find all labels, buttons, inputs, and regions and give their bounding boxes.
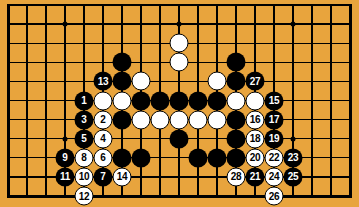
stone-white-5-18-move-10: 10 xyxy=(75,167,94,186)
stone-white-14-17-move-20: 20 xyxy=(246,148,265,167)
stone-white-12-13 xyxy=(208,72,227,91)
move-number: 26 xyxy=(269,191,280,201)
move-number: 20 xyxy=(250,153,261,163)
stone-white-11-15 xyxy=(189,110,208,129)
stone-white-5-17-move-8: 8 xyxy=(75,148,94,167)
stone-black-9-14 xyxy=(151,91,170,110)
move-number: 15 xyxy=(269,96,280,106)
move-number: 9 xyxy=(62,153,67,163)
grid-line-row-9 xyxy=(7,4,352,5)
stone-white-14-16-move-18: 18 xyxy=(246,129,265,148)
move-number: 17 xyxy=(269,115,280,125)
stone-white-10-15 xyxy=(170,110,189,129)
stone-black-5-14-move-1: 1 xyxy=(75,91,94,110)
stone-black-8-17 xyxy=(132,148,151,167)
stone-white-8-13 xyxy=(132,72,151,91)
stone-black-12-17 xyxy=(208,148,227,167)
stone-black-13-17 xyxy=(227,148,246,167)
stone-black-5-16-move-5: 5 xyxy=(75,129,94,148)
grid-line-row-19 xyxy=(7,195,352,198)
move-number: 21 xyxy=(250,172,261,182)
stone-white-5-19-move-12: 12 xyxy=(75,187,94,206)
move-number: 3 xyxy=(81,115,86,125)
stone-white-15-17-move-22: 22 xyxy=(265,148,284,167)
stone-white-10-11 xyxy=(170,34,189,53)
stone-black-8-14 xyxy=(132,91,151,110)
stone-black-10-14 xyxy=(170,91,189,110)
stone-white-12-15 xyxy=(208,110,227,129)
move-number: 23 xyxy=(288,153,299,163)
stone-black-11-14 xyxy=(189,91,208,110)
move-number: 13 xyxy=(98,76,109,86)
stone-black-12-14 xyxy=(208,91,227,110)
stone-black-7-17 xyxy=(113,148,132,167)
stone-white-10-12 xyxy=(170,53,189,72)
stone-white-13-14 xyxy=(227,91,246,110)
move-number: 2 xyxy=(100,115,105,125)
move-number: 6 xyxy=(100,153,105,163)
stone-white-6-14 xyxy=(94,91,113,110)
stone-black-15-15-move-17: 17 xyxy=(265,110,284,129)
stone-white-7-18-move-14: 14 xyxy=(113,167,132,186)
star-point-4-10 xyxy=(63,22,68,27)
move-number: 22 xyxy=(269,153,280,163)
move-number: 25 xyxy=(288,172,299,182)
stone-white-15-19-move-26: 26 xyxy=(265,187,284,206)
move-number: 7 xyxy=(100,172,105,182)
stone-white-6-15-move-2: 2 xyxy=(94,110,113,129)
stone-white-14-14 xyxy=(246,91,265,110)
move-number: 12 xyxy=(79,191,90,201)
move-number: 27 xyxy=(250,76,261,86)
stone-black-10-16 xyxy=(170,129,189,148)
stone-white-14-15-move-16: 16 xyxy=(246,110,265,129)
move-number: 28 xyxy=(231,172,242,182)
move-number: 18 xyxy=(250,134,261,144)
stone-black-13-13 xyxy=(227,72,246,91)
stone-white-6-17-move-6: 6 xyxy=(94,148,113,167)
move-number: 24 xyxy=(269,172,280,182)
move-number: 10 xyxy=(79,172,90,182)
stone-black-13-12 xyxy=(227,53,246,72)
move-number: 5 xyxy=(81,134,86,144)
move-number: 14 xyxy=(117,172,128,182)
stone-black-7-15 xyxy=(113,110,132,129)
stone-black-6-13-move-13: 13 xyxy=(94,72,113,91)
stone-white-13-18-move-28: 28 xyxy=(227,167,246,186)
stone-black-13-15 xyxy=(227,110,246,129)
go-diagram: 1327115321617541819986202223111071428212… xyxy=(0,0,359,207)
stone-black-15-16-move-19: 19 xyxy=(265,129,284,148)
grid-line-row-13 xyxy=(7,81,352,82)
stone-white-6-16-move-4: 4 xyxy=(94,129,113,148)
stone-black-7-13 xyxy=(113,72,132,91)
star-point-10-10 xyxy=(177,22,182,27)
stone-black-14-18-move-21: 21 xyxy=(246,167,265,186)
stone-white-7-14 xyxy=(113,91,132,110)
stone-black-11-17 xyxy=(189,148,208,167)
stone-black-6-18-move-7: 7 xyxy=(94,167,113,186)
star-point-16-10 xyxy=(291,22,296,27)
stone-black-7-12 xyxy=(113,53,132,72)
move-number: 19 xyxy=(269,134,280,144)
stone-black-14-13-move-27: 27 xyxy=(246,72,265,91)
move-number: 8 xyxy=(81,153,86,163)
stone-black-4-17-move-9: 9 xyxy=(56,148,75,167)
move-number: 1 xyxy=(81,96,86,106)
stone-black-5-15-move-3: 3 xyxy=(75,110,94,129)
star-point-16-16 xyxy=(291,136,296,141)
stone-black-16-18-move-25: 25 xyxy=(284,167,303,186)
star-point-4-16 xyxy=(63,136,68,141)
stone-white-15-18-move-24: 24 xyxy=(265,167,284,186)
move-number: 16 xyxy=(250,115,261,125)
stone-white-9-15 xyxy=(151,110,170,129)
move-number: 11 xyxy=(60,172,70,182)
stone-black-16-17-move-23: 23 xyxy=(284,148,303,167)
stone-black-13-16 xyxy=(227,129,246,148)
move-number: 4 xyxy=(100,134,105,144)
stone-white-8-15 xyxy=(132,110,151,129)
stone-black-15-14-move-15: 15 xyxy=(265,91,284,110)
go-board: 1327115321617541819986202223111071428212… xyxy=(0,0,359,207)
stone-black-4-18-move-11: 11 xyxy=(56,167,75,186)
